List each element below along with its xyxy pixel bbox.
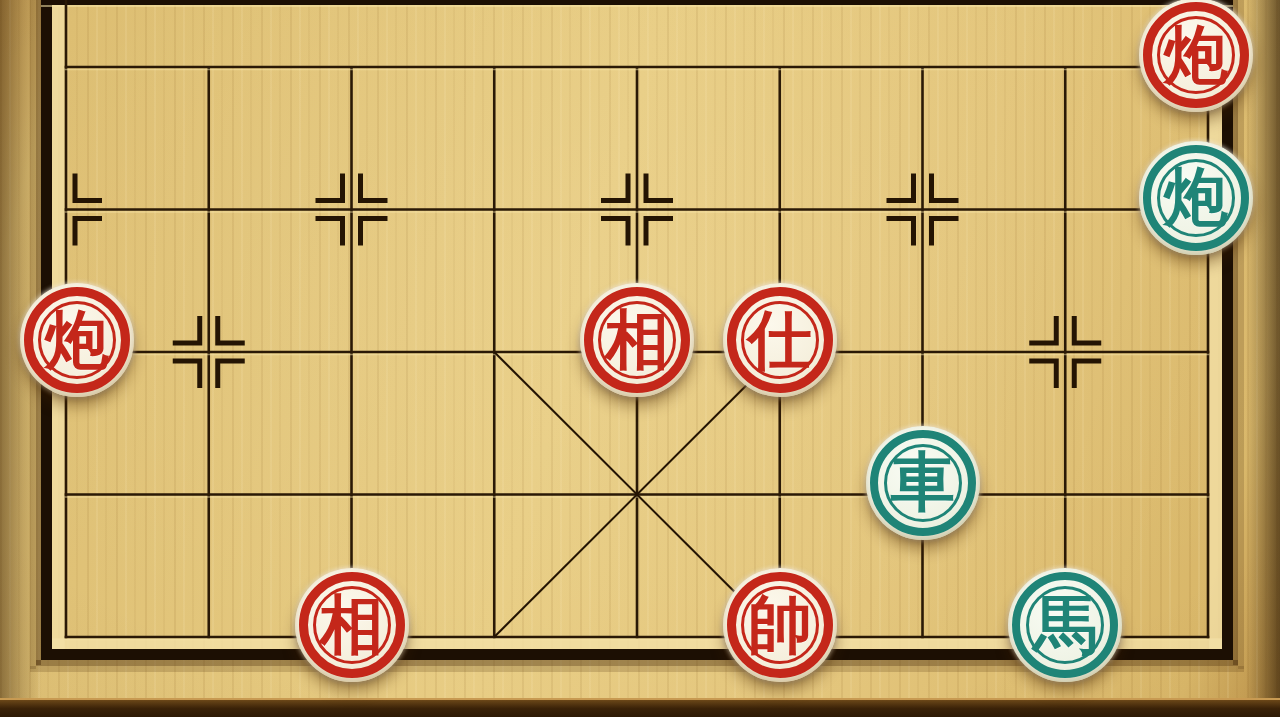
- piece-red-cannon-i6[interactable]: 炮: [1139, 0, 1253, 112]
- xiangqi-board: 炮炮炮相仕車相帥馬: [0, 0, 1280, 717]
- piece-black-chariot-g9[interactable]: 車: [866, 426, 980, 540]
- piece-red-general-f10[interactable]: 帥: [723, 568, 837, 682]
- piece-glyph-i6: 炮: [1139, 0, 1253, 112]
- piece-glyph-f8: 仕: [723, 283, 837, 397]
- piece-red-elephant-e8[interactable]: 相: [580, 283, 694, 397]
- piece-glyph-h10: 馬: [1008, 568, 1122, 682]
- piece-red-elephant-c10[interactable]: 相: [295, 568, 409, 682]
- piece-glyph-e8: 相: [580, 283, 694, 397]
- pieces-layer: 炮炮炮相仕車相帥馬: [0, 0, 1280, 717]
- piece-black-horse-h10[interactable]: 馬: [1008, 568, 1122, 682]
- piece-glyph-g9: 車: [866, 426, 980, 540]
- piece-glyph-i7: 炮: [1139, 141, 1253, 255]
- piece-glyph-a8: 炮: [20, 283, 134, 397]
- piece-black-cannon-i7[interactable]: 炮: [1139, 141, 1253, 255]
- piece-glyph-f10: 帥: [723, 568, 837, 682]
- piece-red-cannon-a8[interactable]: 炮: [20, 283, 134, 397]
- piece-red-advisor-f8[interactable]: 仕: [723, 283, 837, 397]
- piece-glyph-c10: 相: [295, 568, 409, 682]
